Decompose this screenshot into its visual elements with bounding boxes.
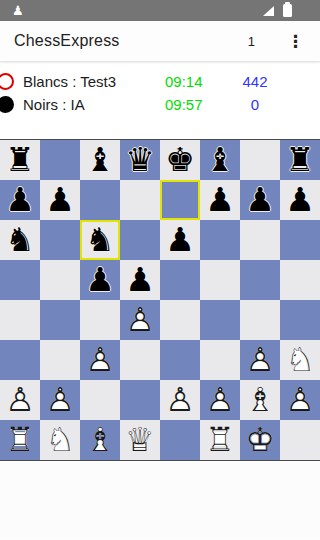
square-a4[interactable] (0, 300, 40, 340)
white-knight[interactable]: ♘ (40, 420, 80, 460)
square-e3[interactable] (160, 340, 200, 380)
white-player-name: Blancs : Test3 (23, 73, 165, 90)
square-f3[interactable] (200, 340, 240, 380)
white-pawn-glyph: ♙ (245, 340, 275, 379)
square-f1[interactable]: ♖ (200, 420, 240, 460)
square-e1[interactable] (160, 420, 200, 460)
white-pawn-glyph: ♙ (205, 380, 235, 419)
square-b8[interactable] (40, 140, 80, 180)
black-pawn[interactable]: ♟ (0, 180, 40, 220)
white-pawn-glyph: ♙ (285, 380, 315, 419)
white-queen[interactable]: ♕ (120, 420, 160, 460)
status-bar: ♟ (0, 0, 320, 21)
white-bishop-glyph: ♗ (245, 380, 275, 419)
black-pawn[interactable]: ♟ (160, 220, 200, 260)
white-pawn[interactable]: ♙ (240, 340, 280, 380)
square-f6[interactable] (200, 220, 240, 260)
square-f8[interactable]: ♝ (200, 140, 240, 180)
square-c8[interactable]: ♝ (80, 140, 120, 180)
square-d1[interactable]: ♕ (120, 420, 160, 460)
battery-icon (283, 4, 292, 17)
app-title: ChessExpress (14, 32, 120, 50)
square-b7[interactable]: ♟ (40, 180, 80, 220)
square-g4[interactable] (240, 300, 280, 340)
square-d5[interactable]: ♟ (120, 260, 160, 300)
white-pawn-glyph: ♙ (45, 380, 75, 419)
white-bishop[interactable]: ♗ (80, 420, 120, 460)
square-b5[interactable] (40, 260, 80, 300)
square-g1[interactable]: ♔ (240, 420, 280, 460)
white-pawn[interactable]: ♙ (160, 380, 200, 420)
square-c7[interactable] (80, 180, 120, 220)
square-e2[interactable]: ♙ (160, 380, 200, 420)
square-d3[interactable] (120, 340, 160, 380)
square-h3[interactable]: ♘ (280, 340, 320, 380)
square-d7[interactable] (120, 180, 160, 220)
black-pawn[interactable]: ♟ (280, 180, 320, 220)
white-knight[interactable]: ♘ (280, 340, 320, 380)
black-pawn[interactable]: ♟ (200, 180, 240, 220)
white-player-color-icon (0, 73, 14, 90)
square-e4[interactable] (160, 300, 200, 340)
square-f5[interactable] (200, 260, 240, 300)
square-c1[interactable]: ♗ (80, 420, 120, 460)
square-c4[interactable] (80, 300, 120, 340)
square-a6[interactable]: ♞ (0, 220, 40, 260)
white-pawn[interactable]: ♙ (120, 300, 160, 340)
white-pawn[interactable]: ♙ (200, 380, 240, 420)
white-pawn[interactable]: ♙ (80, 340, 120, 380)
square-d8[interactable]: ♛ (120, 140, 160, 180)
white-rook[interactable]: ♖ (0, 420, 40, 460)
square-h8[interactable]: ♜ (280, 140, 320, 180)
square-f4[interactable] (200, 300, 240, 340)
chess-app-notification-icon: ♟ (12, 0, 24, 21)
black-player-color-icon (0, 96, 14, 113)
square-c5[interactable]: ♟ (80, 260, 120, 300)
black-bishop[interactable]: ♝ (200, 140, 240, 180)
square-c2[interactable] (80, 380, 120, 420)
square-h4[interactable] (280, 300, 320, 340)
square-f7[interactable]: ♟ (200, 180, 240, 220)
white-pawn-glyph: ♙ (5, 380, 35, 419)
square-a7[interactable]: ♟ (0, 180, 40, 220)
black-pawn[interactable]: ♟ (240, 180, 280, 220)
white-knight-glyph: ♘ (45, 420, 75, 459)
square-a3[interactable] (0, 340, 40, 380)
square-g3[interactable]: ♙ (240, 340, 280, 380)
black-rook[interactable]: ♜ (0, 140, 40, 180)
white-bishop[interactable]: ♗ (240, 380, 280, 420)
black-bishop[interactable]: ♝ (80, 140, 120, 180)
black-knight[interactable]: ♞ (80, 220, 120, 260)
square-b2[interactable]: ♙ (40, 380, 80, 420)
black-player-score: 0 (220, 96, 290, 113)
square-e5[interactable] (160, 260, 200, 300)
white-player-score: 442 (220, 73, 290, 90)
square-h7[interactable]: ♟ (280, 180, 320, 220)
square-f2[interactable]: ♙ (200, 380, 240, 420)
square-g6[interactable] (240, 220, 280, 260)
black-pawn[interactable]: ♟ (120, 260, 160, 300)
square-g8[interactable] (240, 140, 280, 180)
square-c3[interactable]: ♙ (80, 340, 120, 380)
black-rook[interactable]: ♜ (280, 140, 320, 180)
square-a2[interactable]: ♙ (0, 380, 40, 420)
black-pawn[interactable]: ♟ (80, 260, 120, 300)
black-king[interactable]: ♚ (160, 140, 200, 180)
square-e7[interactable] (160, 180, 200, 220)
black-queen[interactable]: ♛ (120, 140, 160, 180)
white-player-row: Blancs : Test3 09:14 442 (0, 70, 320, 93)
square-a5[interactable] (0, 260, 40, 300)
white-king-glyph: ♔ (245, 420, 275, 459)
signal-icon (263, 6, 274, 16)
square-h6[interactable] (280, 220, 320, 260)
white-pawn-glyph: ♙ (85, 340, 115, 379)
square-c6[interactable]: ♞ (80, 220, 120, 260)
black-knight[interactable]: ♞ (0, 220, 40, 260)
square-h5[interactable] (280, 260, 320, 300)
square-g7[interactable]: ♟ (240, 180, 280, 220)
white-queen-glyph: ♕ (125, 420, 155, 459)
overflow-menu-icon[interactable]: ⋮ (281, 21, 310, 62)
white-pawn[interactable]: ♙ (40, 380, 80, 420)
square-a1[interactable]: ♖ (0, 420, 40, 460)
chess-board: ♜♝♛♚♝♜♟♟♟♟♟♞♞♟♟♟♙♙♙♘♙♙♙♙♗♙♖♘♗♕♖♔ (0, 139, 320, 461)
white-player-clock: 09:14 (165, 73, 220, 90)
square-b4[interactable] (40, 300, 80, 340)
white-rook-glyph: ♖ (205, 420, 235, 459)
black-player-clock: 09:57 (165, 96, 220, 113)
square-e6[interactable]: ♟ (160, 220, 200, 260)
white-pawn[interactable]: ♙ (0, 380, 40, 420)
white-king[interactable]: ♔ (240, 420, 280, 460)
players-panel: Blancs : Test3 09:14 442 Noirs : IA 09:5… (0, 62, 320, 139)
square-g2[interactable]: ♗ (240, 380, 280, 420)
square-d4[interactable]: ♙ (120, 300, 160, 340)
square-b1[interactable]: ♘ (40, 420, 80, 460)
white-pawn-glyph: ♙ (125, 300, 155, 339)
black-player-name: Noirs : IA (23, 96, 165, 113)
below-board-area (0, 461, 320, 539)
white-pawn[interactable]: ♙ (280, 380, 320, 420)
square-b3[interactable] (40, 340, 80, 380)
white-knight-glyph: ♘ (285, 340, 315, 379)
white-pawn-glyph: ♙ (165, 380, 195, 419)
white-bishop-glyph: ♗ (85, 420, 115, 459)
square-b6[interactable] (40, 220, 80, 260)
square-a8[interactable]: ♜ (0, 140, 40, 180)
white-rook[interactable]: ♖ (200, 420, 240, 460)
square-g5[interactable] (240, 260, 280, 300)
black-pawn[interactable]: ♟ (40, 180, 80, 220)
square-e8[interactable]: ♚ (160, 140, 200, 180)
square-h1[interactable] (280, 420, 320, 460)
black-player-row: Noirs : IA 09:57 0 (0, 93, 320, 116)
app-bar: ChessExpress 1 ⋮ (0, 21, 320, 62)
square-h2[interactable]: ♙ (280, 380, 320, 420)
square-d6[interactable] (120, 220, 160, 260)
square-d2[interactable] (120, 380, 160, 420)
move-count: 1 (248, 34, 255, 49)
white-rook-glyph: ♖ (5, 420, 35, 459)
